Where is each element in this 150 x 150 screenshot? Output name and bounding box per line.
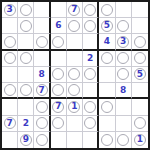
cell-r6c5[interactable] bbox=[67, 83, 83, 99]
cell-r5c9[interactable]: 5 bbox=[132, 67, 148, 83]
odd-circle-marker: 7 bbox=[36, 84, 48, 96]
cell-r4c5[interactable] bbox=[67, 51, 83, 67]
cell-r5c3[interactable]: 8 bbox=[34, 67, 50, 83]
odd-circle-marker bbox=[52, 117, 64, 129]
cell-r3c5[interactable] bbox=[67, 34, 83, 50]
cell-r8c3[interactable] bbox=[34, 116, 50, 132]
odd-circle-marker bbox=[84, 4, 96, 16]
odd-circle-marker bbox=[4, 52, 16, 64]
cell-r1c1[interactable]: 3 bbox=[2, 2, 18, 18]
cell-r7c8[interactable] bbox=[116, 99, 132, 115]
cell-r9c4[interactable] bbox=[51, 132, 67, 148]
odd-circle-marker: 5 bbox=[101, 20, 113, 32]
cell-r4c8[interactable] bbox=[116, 51, 132, 67]
cell-r1c4[interactable] bbox=[51, 2, 67, 18]
odd-circle-marker: 7 bbox=[52, 101, 64, 113]
cell-r7c6[interactable] bbox=[83, 99, 99, 115]
cell-r9c6[interactable] bbox=[83, 132, 99, 148]
cell-r2c7[interactable]: 5 bbox=[99, 18, 115, 34]
odd-circle-marker: 1 bbox=[134, 134, 146, 146]
given-digit: 2 bbox=[87, 54, 93, 63]
odd-circle-marker bbox=[20, 20, 32, 32]
cell-r4c9[interactable] bbox=[132, 51, 148, 67]
cell-r8c6[interactable] bbox=[83, 116, 99, 132]
given-digit: 7 bbox=[6, 119, 12, 128]
cell-r3c6[interactable] bbox=[83, 34, 99, 50]
cell-r7c2[interactable] bbox=[18, 99, 34, 115]
odd-circle-marker bbox=[68, 84, 80, 96]
odd-circle-marker bbox=[20, 4, 32, 16]
cell-r2c8[interactable] bbox=[116, 18, 132, 34]
odd-circle-marker bbox=[36, 101, 48, 113]
cell-r5c4[interactable] bbox=[51, 67, 67, 83]
odd-circle-marker bbox=[52, 36, 64, 48]
cell-r5c8[interactable] bbox=[116, 67, 132, 83]
cell-r9c7[interactable] bbox=[99, 132, 115, 148]
odd-circle-marker bbox=[36, 134, 48, 146]
cell-r2c1[interactable] bbox=[2, 18, 18, 34]
cell-r4c7[interactable] bbox=[99, 51, 115, 67]
odd-circle-marker bbox=[4, 36, 16, 48]
cell-r7c9[interactable] bbox=[132, 99, 148, 115]
given-digit: 7 bbox=[55, 102, 61, 111]
odd-circle-marker: 9 bbox=[20, 134, 32, 146]
odd-circle-marker bbox=[20, 84, 32, 96]
cell-r7c7[interactable] bbox=[99, 99, 115, 115]
odd-circle-marker bbox=[84, 101, 96, 113]
cell-r8c7[interactable] bbox=[99, 116, 115, 132]
cell-r3c2[interactable] bbox=[18, 34, 34, 50]
cell-r1c7[interactable] bbox=[99, 2, 115, 18]
cell-r1c6[interactable] bbox=[83, 2, 99, 18]
cell-r5c5[interactable] bbox=[67, 67, 83, 83]
cell-r4c1[interactable] bbox=[2, 51, 18, 67]
cell-r9c9[interactable]: 1 bbox=[132, 132, 148, 148]
cell-r1c2[interactable] bbox=[18, 2, 34, 18]
cell-r8c2[interactable]: 2 bbox=[18, 116, 34, 132]
cell-r1c3[interactable] bbox=[34, 2, 50, 18]
cell-r2c2[interactable] bbox=[18, 18, 34, 34]
given-digit: 1 bbox=[137, 135, 143, 144]
cell-r2c6[interactable] bbox=[83, 18, 99, 34]
cell-r6c2[interactable] bbox=[18, 83, 34, 99]
cell-r2c4[interactable]: 6 bbox=[51, 18, 67, 34]
cell-r2c9[interactable] bbox=[132, 18, 148, 34]
cell-r7c5[interactable]: 1 bbox=[67, 99, 83, 115]
odd-circle-marker bbox=[84, 68, 96, 80]
given-digit: 8 bbox=[120, 86, 126, 95]
odd-circle-marker bbox=[36, 117, 48, 129]
odd-circle-marker bbox=[117, 52, 129, 64]
cell-r8c1[interactable]: 7 bbox=[2, 116, 18, 132]
odd-circle-marker bbox=[101, 101, 113, 113]
cell-r3c8[interactable]: 3 bbox=[116, 34, 132, 50]
cell-r8c4[interactable] bbox=[51, 116, 67, 132]
given-digit: 5 bbox=[137, 70, 143, 79]
given-digit: 9 bbox=[23, 135, 29, 144]
odd-circle-marker bbox=[117, 134, 129, 146]
odd-circle-marker bbox=[101, 134, 113, 146]
cell-r6c7[interactable] bbox=[99, 83, 115, 99]
odd-circle-marker: 5 bbox=[134, 68, 146, 80]
cell-r6c4[interactable] bbox=[51, 83, 67, 99]
cell-r8c5[interactable] bbox=[67, 116, 83, 132]
odd-circle-marker bbox=[101, 4, 113, 16]
odd-circle-marker bbox=[20, 52, 32, 64]
cell-r3c9[interactable] bbox=[132, 34, 148, 50]
cell-r3c1[interactable] bbox=[2, 34, 18, 50]
odd-circle-marker: 3 bbox=[117, 36, 129, 48]
cell-r9c2[interactable]: 9 bbox=[18, 132, 34, 148]
cell-r6c6[interactable] bbox=[83, 83, 99, 99]
given-digit: 8 bbox=[38, 70, 44, 79]
cell-r4c4[interactable] bbox=[51, 51, 67, 67]
cell-r5c6[interactable] bbox=[83, 67, 99, 83]
odd-circle-marker bbox=[68, 20, 80, 32]
odd-circle-marker bbox=[134, 36, 146, 48]
odd-circle-marker bbox=[52, 68, 64, 80]
odd-circle-marker bbox=[134, 52, 146, 64]
given-digit: 7 bbox=[38, 86, 44, 95]
cell-r7c4[interactable]: 7 bbox=[51, 99, 67, 115]
cell-r1c8[interactable] bbox=[116, 2, 132, 18]
sudoku-board: 37654328578717291 bbox=[0, 0, 150, 150]
cell-r9c5[interactable] bbox=[67, 132, 83, 148]
cell-r8c9[interactable] bbox=[132, 116, 148, 132]
given-digit: 3 bbox=[120, 37, 126, 46]
odd-circle-marker bbox=[4, 84, 16, 96]
cell-r5c7[interactable] bbox=[99, 67, 115, 83]
odd-circle-marker bbox=[117, 68, 129, 80]
odd-circle-marker bbox=[134, 117, 146, 129]
cell-r7c3[interactable] bbox=[34, 99, 50, 115]
cell-r2c3[interactable] bbox=[34, 18, 50, 34]
cell-r5c1[interactable] bbox=[2, 67, 18, 83]
given-digit: 7 bbox=[71, 5, 77, 14]
cell-r9c1[interactable] bbox=[2, 132, 18, 148]
odd-circle-marker bbox=[101, 52, 113, 64]
odd-circle-marker: 3 bbox=[4, 4, 16, 16]
odd-circle-marker bbox=[84, 117, 96, 129]
given-digit: 1 bbox=[71, 102, 77, 111]
cell-r9c3[interactable] bbox=[34, 132, 50, 148]
cell-r1c9[interactable] bbox=[132, 2, 148, 18]
odd-circle-marker bbox=[36, 36, 48, 48]
cell-r3c3[interactable] bbox=[34, 34, 50, 50]
odd-circle-marker: 1 bbox=[68, 101, 80, 113]
cell-r5c2[interactable] bbox=[18, 67, 34, 83]
cell-r6c1[interactable] bbox=[2, 83, 18, 99]
odd-circle-marker bbox=[68, 68, 80, 80]
cell-r4c6[interactable]: 2 bbox=[83, 51, 99, 67]
cell-r7c1[interactable] bbox=[2, 99, 18, 115]
cell-r4c3[interactable] bbox=[34, 51, 50, 67]
cell-r9c8[interactable] bbox=[116, 132, 132, 148]
odd-circle-marker bbox=[117, 20, 129, 32]
cell-r6c8[interactable]: 8 bbox=[116, 83, 132, 99]
cell-r4c2[interactable] bbox=[18, 51, 34, 67]
odd-circle-marker bbox=[84, 20, 96, 32]
given-digit: 3 bbox=[6, 5, 12, 14]
given-digit: 2 bbox=[23, 119, 29, 128]
odd-circle-marker bbox=[52, 84, 64, 96]
cell-r8c8[interactable] bbox=[116, 116, 132, 132]
cell-r6c9[interactable] bbox=[132, 83, 148, 99]
given-digit: 4 bbox=[104, 37, 110, 46]
cell-r6c3[interactable]: 7 bbox=[34, 83, 50, 99]
cell-r3c7[interactable]: 4 bbox=[99, 34, 115, 50]
given-digit: 5 bbox=[104, 21, 110, 30]
cell-r1c5[interactable]: 7 bbox=[67, 2, 83, 18]
odd-circle-marker: 7 bbox=[68, 4, 80, 16]
odd-circle-marker: 7 bbox=[4, 117, 16, 129]
given-digit: 6 bbox=[55, 21, 61, 30]
cell-r3c4[interactable] bbox=[51, 34, 67, 50]
cell-r2c5[interactable] bbox=[67, 18, 83, 34]
